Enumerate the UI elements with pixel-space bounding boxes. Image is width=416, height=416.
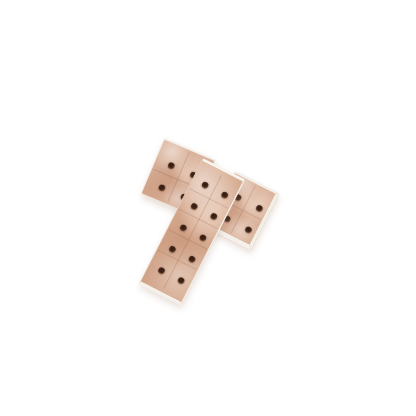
photo-canvas bbox=[0, 0, 416, 416]
domino-pip bbox=[166, 161, 175, 170]
domino-pip bbox=[157, 183, 166, 192]
domino-pip bbox=[198, 233, 207, 242]
domino-pip bbox=[157, 266, 166, 275]
domino-pip bbox=[187, 254, 196, 263]
domino-pip bbox=[220, 190, 229, 199]
domino-pip bbox=[178, 223, 187, 232]
domino-pip bbox=[167, 244, 176, 253]
domino-pip bbox=[176, 276, 185, 285]
domino-pip bbox=[209, 211, 218, 220]
domino-pip bbox=[200, 180, 209, 189]
domino-tiles-group bbox=[0, 0, 416, 416]
domino-pip bbox=[254, 203, 263, 212]
domino-pip bbox=[189, 201, 198, 210]
domino-pip bbox=[244, 225, 253, 234]
